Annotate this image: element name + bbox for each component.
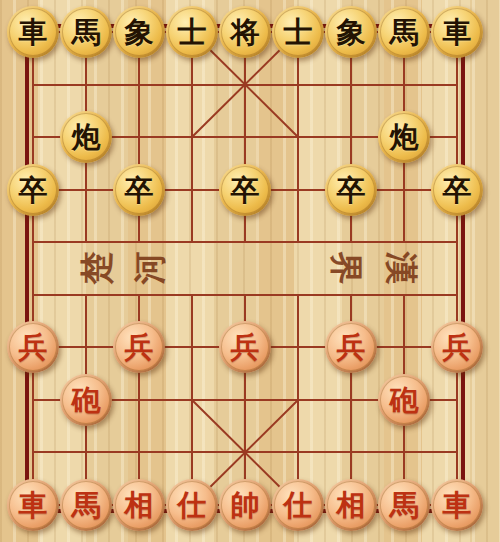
piece-glyph: 仕 [272, 479, 324, 531]
piece-glyph: 象 [325, 6, 377, 58]
piece-glyph: 士 [166, 6, 218, 58]
piece-glyph: 相 [113, 479, 165, 531]
piece-glyph: 砲 [378, 374, 430, 426]
piece-glyph: 卒 [113, 164, 165, 216]
piece-black-chariot[interactable]: 車 [7, 6, 59, 58]
piece-glyph: 車 [431, 6, 483, 58]
piece-black-soldier[interactable]: 卒 [219, 164, 271, 216]
piece-glyph: 帥 [219, 479, 271, 531]
piece-black-cannon[interactable]: 炮 [378, 111, 430, 163]
piece-black-advisor[interactable]: 士 [166, 6, 218, 58]
piece-glyph: 仕 [166, 479, 218, 531]
piece-black-horse[interactable]: 馬 [378, 6, 430, 58]
piece-glyph: 将 [219, 6, 271, 58]
piece-red-advisor[interactable]: 仕 [272, 479, 324, 531]
piece-glyph: 卒 [7, 164, 59, 216]
piece-black-general[interactable]: 将 [219, 6, 271, 58]
piece-black-chariot[interactable]: 車 [431, 6, 483, 58]
piece-glyph: 卒 [219, 164, 271, 216]
piece-glyph: 兵 [7, 321, 59, 373]
piece-red-advisor[interactable]: 仕 [166, 479, 218, 531]
piece-red-cannon[interactable]: 砲 [378, 374, 430, 426]
piece-black-soldier[interactable]: 卒 [113, 164, 165, 216]
piece-glyph: 卒 [325, 164, 377, 216]
river-label-right-char: 界 [329, 252, 362, 285]
piece-red-horse[interactable]: 馬 [60, 479, 112, 531]
piece-red-soldier[interactable]: 兵 [7, 321, 59, 373]
piece-glyph: 兵 [325, 321, 377, 373]
river-label-right-char: 漢 [384, 252, 417, 285]
piece-red-cannon[interactable]: 砲 [60, 374, 112, 426]
piece-glyph: 相 [325, 479, 377, 531]
piece-red-elephant[interactable]: 相 [113, 479, 165, 531]
river-label-left-char: 楚 [81, 252, 114, 285]
piece-glyph: 砲 [60, 374, 112, 426]
piece-black-elephant[interactable]: 象 [325, 6, 377, 58]
piece-glyph: 兵 [219, 321, 271, 373]
piece-red-general[interactable]: 帥 [219, 479, 271, 531]
piece-black-soldier[interactable]: 卒 [325, 164, 377, 216]
piece-red-elephant[interactable]: 相 [325, 479, 377, 531]
piece-glyph: 兵 [431, 321, 483, 373]
piece-glyph: 士 [272, 6, 324, 58]
piece-glyph: 車 [431, 479, 483, 531]
piece-red-soldier[interactable]: 兵 [219, 321, 271, 373]
piece-glyph: 象 [113, 6, 165, 58]
piece-red-soldier[interactable]: 兵 [113, 321, 165, 373]
piece-glyph: 車 [7, 479, 59, 531]
piece-red-chariot[interactable]: 車 [431, 479, 483, 531]
piece-red-chariot[interactable]: 車 [7, 479, 59, 531]
piece-red-horse[interactable]: 馬 [378, 479, 430, 531]
river-label-left-char: 河 [134, 252, 167, 285]
piece-black-horse[interactable]: 馬 [60, 6, 112, 58]
piece-glyph: 馬 [378, 479, 430, 531]
piece-glyph: 馬 [60, 479, 112, 531]
piece-red-soldier[interactable]: 兵 [325, 321, 377, 373]
piece-red-soldier[interactable]: 兵 [431, 321, 483, 373]
board-grid-lines [0, 0, 500, 542]
piece-glyph: 炮 [60, 111, 112, 163]
piece-black-cannon[interactable]: 炮 [60, 111, 112, 163]
piece-glyph: 馬 [60, 6, 112, 58]
piece-black-soldier[interactable]: 卒 [7, 164, 59, 216]
piece-black-advisor[interactable]: 士 [272, 6, 324, 58]
piece-glyph: 車 [7, 6, 59, 58]
piece-glyph: 炮 [378, 111, 430, 163]
piece-glyph: 馬 [378, 6, 430, 58]
piece-glyph: 卒 [431, 164, 483, 216]
xiangqi-board[interactable]: 楚河界漢 車馬象士将士象馬車炮炮卒卒卒卒卒兵兵兵兵兵砲砲車馬相仕帥仕相馬車 [0, 0, 500, 542]
piece-black-elephant[interactable]: 象 [113, 6, 165, 58]
piece-glyph: 兵 [113, 321, 165, 373]
piece-black-soldier[interactable]: 卒 [431, 164, 483, 216]
